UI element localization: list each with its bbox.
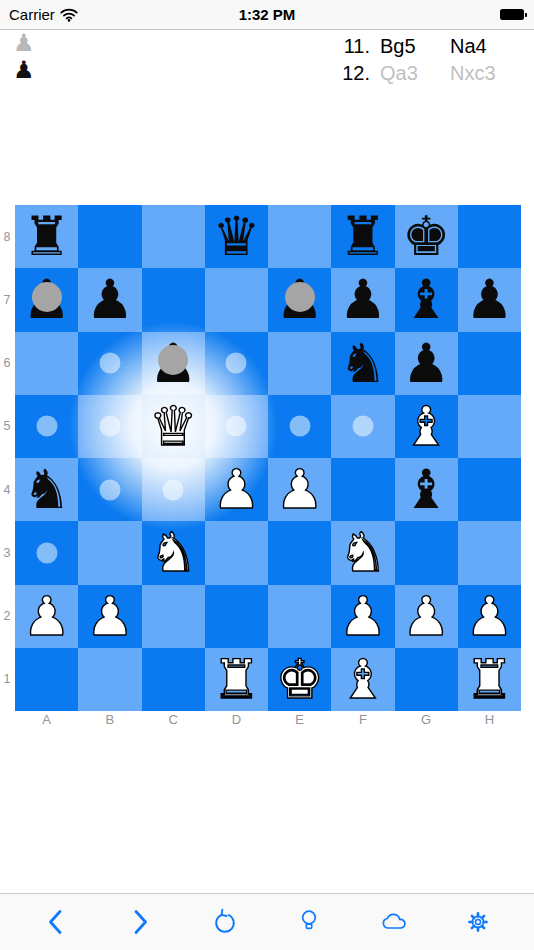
square-h4[interactable] [458,458,521,521]
square-b8[interactable] [78,205,141,268]
piece-white-king: ♚ [268,648,331,711]
square-e1[interactable]: ♚ [268,648,331,711]
square-h6[interactable] [458,332,521,395]
move-number: 12. [334,62,370,85]
square-a1[interactable] [15,648,78,711]
legal-move-dot [36,542,57,563]
file-label-d: D [205,712,268,727]
settings-button[interactable] [460,904,496,940]
chevron-left-icon [41,907,71,937]
square-f4[interactable] [331,458,394,521]
piece-white-pawn: ♟ [268,458,331,521]
square-g3[interactable] [395,521,458,584]
piece-black-king: ♚ [395,205,458,268]
rank-label-2: 2 [0,585,14,648]
piece-white-pawn: ♟ [331,585,394,648]
move-number: 11. [334,35,370,58]
piece-black-pawn: ♟ [78,268,141,331]
square-g4[interactable]: ♝ [395,458,458,521]
square-b5[interactable] [78,395,141,458]
square-g7[interactable]: ♝ [395,268,458,331]
square-g1[interactable] [395,648,458,711]
square-f6[interactable]: ♞ [331,332,394,395]
hint-button[interactable] [291,904,327,940]
square-e7[interactable]: ♟ [268,268,331,331]
square-e5[interactable] [268,395,331,458]
square-b2[interactable]: ♟ [78,585,141,648]
piece-black-queen: ♛ [205,205,268,268]
back-button[interactable] [38,904,74,940]
capture-target-marker [285,282,315,312]
piece-black-pawn: ♟ [331,268,394,331]
square-f8[interactable]: ♜ [331,205,394,268]
square-e2[interactable] [268,585,331,648]
chevron-right-icon [125,907,155,937]
lightbulb-icon [294,907,324,937]
square-d4[interactable]: ♟ [205,458,268,521]
square-b6[interactable] [78,332,141,395]
piece-black-knight: ♞ [331,332,394,395]
piece-white-pawn: ♟ [78,585,141,648]
piece-white-rook: ♜ [458,648,521,711]
piece-white-knight: ♞ [331,521,394,584]
legal-move-dot [99,479,120,500]
square-f3[interactable]: ♞ [331,521,394,584]
black-pawn-indicator-icon: ♟ [13,58,35,82]
chess-board: ♜♛♜♚♟♟♟♟♝♟♟♞♟♛♝♞♟♟♝♞♞♟♟♟♟♟♜♚♝♜ [15,205,521,711]
square-c3[interactable]: ♞ [142,521,205,584]
square-a7[interactable]: ♟ [15,268,78,331]
move-black-11[interactable]: Na4 [450,35,514,58]
battery-icon [500,9,524,20]
status-bar: Carrier 1:32 PM [0,0,534,30]
square-g5[interactable]: ♝ [395,395,458,458]
bottom-toolbar [0,893,534,950]
square-h8[interactable] [458,205,521,268]
rank-label-3: 3 [0,521,14,584]
square-d7[interactable] [205,268,268,331]
square-g8[interactable]: ♚ [395,205,458,268]
rank-label-5: 5 [0,395,14,458]
square-f1[interactable]: ♝ [331,648,394,711]
square-h7[interactable]: ♟ [458,268,521,331]
square-a2[interactable]: ♟ [15,585,78,648]
square-c8[interactable] [142,205,205,268]
square-c1[interactable] [142,648,205,711]
square-e8[interactable] [268,205,331,268]
square-f5[interactable] [331,395,394,458]
square-c5[interactable]: ♛ [142,395,205,458]
square-d1[interactable]: ♜ [205,648,268,711]
legal-move-dot [163,479,184,500]
piece-black-pawn: ♟ [395,332,458,395]
file-label-e: E [268,712,331,727]
piece-black-rook: ♜ [15,205,78,268]
square-a4[interactable]: ♞ [15,458,78,521]
square-f2[interactable]: ♟ [331,585,394,648]
rank-labels: 87654321 [0,205,14,711]
move-black-12[interactable]: Nxc3 [450,62,514,85]
square-g2[interactable]: ♟ [395,585,458,648]
square-a8[interactable]: ♜ [15,205,78,268]
forward-button[interactable] [122,904,158,940]
piece-black-bishop: ♝ [395,268,458,331]
square-f7[interactable]: ♟ [331,268,394,331]
capture-target-marker [158,345,188,375]
undo-rotate-icon [210,907,240,937]
legal-move-dot [99,416,120,437]
piece-white-rook: ♜ [205,648,268,711]
file-label-h: H [458,712,521,727]
legal-move-dot [289,416,310,437]
square-e4[interactable]: ♟ [268,458,331,521]
square-a6[interactable] [15,332,78,395]
square-c6[interactable]: ♟ [142,332,205,395]
move-list: 11. Bg5 Na4 12. Qa3 Nxc3 [334,33,514,87]
piece-black-bishop: ♝ [395,458,458,521]
cloud-icon [378,907,410,937]
square-c2[interactable] [142,585,205,648]
square-h2[interactable]: ♟ [458,585,521,648]
cloud-button[interactable] [376,904,412,940]
legal-move-dot [226,416,247,437]
piece-black-rook: ♜ [331,205,394,268]
file-labels: ABCDEFGH [15,712,521,727]
gear-icon [463,907,493,937]
square-a5[interactable] [15,395,78,458]
legal-move-dot [99,353,120,374]
square-d6[interactable] [205,332,268,395]
file-label-g: G [395,712,458,727]
piece-black-pawn: ♟ [458,268,521,331]
piece-white-queen: ♛ [142,395,205,458]
square-h1[interactable]: ♜ [458,648,521,711]
file-label-c: C [142,712,205,727]
clock: 1:32 PM [0,6,534,23]
square-h5[interactable] [458,395,521,458]
undo-button[interactable] [207,904,243,940]
rank-label-6: 6 [0,332,14,395]
rank-label-7: 7 [0,268,14,331]
legal-move-dot [36,416,57,437]
square-d8[interactable]: ♛ [205,205,268,268]
rank-label-1: 1 [0,648,14,711]
square-g6[interactable]: ♟ [395,332,458,395]
square-b3[interactable] [78,521,141,584]
square-e3[interactable] [268,521,331,584]
square-c7[interactable] [142,268,205,331]
rank-label-8: 8 [0,205,14,268]
square-a3[interactable] [15,521,78,584]
rank-label-4: 4 [0,458,14,521]
square-b4[interactable] [78,458,141,521]
move-row-12: 12. Qa3 Nxc3 [334,60,514,87]
capture-target-marker [32,282,62,312]
legal-move-dot [226,353,247,374]
piece-white-knight: ♞ [142,521,205,584]
square-d5[interactable] [205,395,268,458]
square-d3[interactable] [205,521,268,584]
file-label-a: A [15,712,78,727]
file-label-b: B [78,712,141,727]
square-e6[interactable] [268,332,331,395]
legal-move-dot [352,416,373,437]
square-c4[interactable] [142,458,205,521]
white-pawn-indicator-icon: ♟ [13,31,35,55]
piece-black-knight: ♞ [15,458,78,521]
piece-white-pawn: ♟ [205,458,268,521]
square-b1[interactable] [78,648,141,711]
square-h3[interactable] [458,521,521,584]
move-row-11: 11. Bg5 Na4 [334,33,514,60]
piece-white-bishop: ♝ [331,648,394,711]
file-label-f: F [331,712,394,727]
square-b7[interactable]: ♟ [78,268,141,331]
move-white-11[interactable]: Bg5 [380,35,448,58]
square-d2[interactable] [205,585,268,648]
piece-white-pawn: ♟ [458,585,521,648]
piece-white-pawn: ♟ [15,585,78,648]
piece-white-bishop: ♝ [395,395,458,458]
piece-white-pawn: ♟ [395,585,458,648]
move-white-12[interactable]: Qa3 [380,62,448,85]
